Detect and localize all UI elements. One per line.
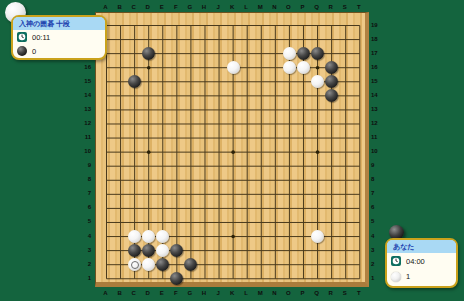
- stone-white-O17: [283, 47, 296, 60]
- stone-white-K16: [227, 61, 240, 74]
- coord-label: F: [169, 289, 183, 297]
- coord-label: 11: [371, 133, 385, 141]
- coord-label: 7: [77, 189, 91, 197]
- coord-label: J: [211, 3, 225, 11]
- prisoner-stone-icon: [391, 272, 401, 282]
- last-move-marker: [131, 261, 139, 269]
- black-player-time: 04:00: [406, 257, 425, 266]
- coord-label: R: [324, 3, 338, 11]
- coord-label: 3: [371, 246, 385, 254]
- coord-label: 15: [77, 77, 91, 85]
- coord-label: 3: [77, 246, 91, 254]
- coord-label: 19: [371, 21, 385, 29]
- black-player-prisoner-count: 1: [406, 272, 410, 281]
- coord-label: 16: [371, 63, 385, 71]
- coord-label: F: [169, 3, 183, 11]
- coord-label: O: [281, 289, 295, 297]
- coord-label: K: [225, 289, 239, 297]
- coord-label: B: [113, 289, 127, 297]
- coord-label: M: [253, 3, 267, 11]
- stone-black-P17: [297, 47, 310, 60]
- coord-label: S: [338, 289, 352, 297]
- coord-label: T: [352, 289, 366, 297]
- coord-label: 10: [77, 147, 91, 155]
- coord-label: 8: [77, 175, 91, 183]
- coord-label: 14: [77, 91, 91, 99]
- coord-label: 5: [77, 217, 91, 225]
- coord-label: 17: [371, 49, 385, 57]
- coord-label: D: [141, 3, 155, 11]
- coord-label: 6: [77, 203, 91, 211]
- coord-label: E: [155, 3, 169, 11]
- coord-label: 13: [77, 105, 91, 113]
- white-player-name: 入神の囲碁 十段: [13, 17, 105, 30]
- coord-label: 6: [371, 203, 385, 211]
- coord-label: B: [113, 3, 127, 11]
- coord-label: 1: [371, 274, 385, 282]
- white-player-time: 00:11: [32, 33, 50, 42]
- coord-label: G: [183, 3, 197, 11]
- coord-label: C: [127, 3, 141, 11]
- white-player-prisoner-count: 0: [32, 47, 36, 56]
- stone-black-F1: [170, 272, 183, 285]
- black-player-name: あなた: [387, 240, 456, 253]
- coord-label: R: [324, 289, 338, 297]
- coord-label: 12: [371, 119, 385, 127]
- coord-label: Q: [310, 3, 324, 11]
- coord-label: 2: [77, 260, 91, 268]
- coord-label: D: [141, 289, 155, 297]
- coord-label: A: [99, 3, 113, 11]
- coord-label: E: [155, 289, 169, 297]
- coord-label: K: [225, 3, 239, 11]
- coord-label: S: [338, 3, 352, 11]
- coord-label: H: [197, 3, 211, 11]
- coord-label: 5: [371, 217, 385, 225]
- coord-label: 13: [371, 105, 385, 113]
- coord-label: 9: [77, 161, 91, 169]
- coord-label: Q: [310, 289, 324, 297]
- coord-label: H: [197, 289, 211, 297]
- coord-label: 8: [371, 175, 385, 183]
- white-player-panel: 入神の囲碁 十段 00:11 0: [11, 15, 107, 60]
- coord-label: 9: [371, 161, 385, 169]
- coord-label: 4: [77, 232, 91, 240]
- coord-label: 16: [77, 63, 91, 71]
- clock-icon: [391, 256, 401, 266]
- coord-label: L: [239, 3, 253, 11]
- coord-label: C: [127, 289, 141, 297]
- go-app-screen: AABBCCDDEEFFGGHHJJKKLLMMNNOOPPQQRRSSTT19…: [0, 0, 464, 301]
- coord-label: A: [99, 289, 113, 297]
- coord-label: O: [281, 3, 295, 11]
- clock-icon: [17, 32, 27, 42]
- coord-label: L: [239, 289, 253, 297]
- coord-label: N: [267, 289, 281, 297]
- coord-label: P: [295, 289, 309, 297]
- coord-label: 15: [371, 77, 385, 85]
- coord-label: M: [253, 289, 267, 297]
- coord-label: 2: [371, 260, 385, 268]
- stone-white-Q4: [311, 230, 324, 243]
- coord-label: 7: [371, 189, 385, 197]
- coord-label: 1: [77, 274, 91, 282]
- coord-label: 14: [371, 91, 385, 99]
- go-board[interactable]: [95, 12, 369, 287]
- coord-label: G: [183, 289, 197, 297]
- coord-label: 18: [371, 35, 385, 43]
- coord-label: 12: [77, 119, 91, 127]
- coord-label: 4: [371, 232, 385, 240]
- coord-label: P: [295, 3, 309, 11]
- coord-label: J: [211, 289, 225, 297]
- coord-label: 11: [77, 133, 91, 141]
- black-player-panel: あなた 04:00 1: [385, 238, 458, 288]
- prisoner-stone-icon: [17, 46, 27, 56]
- coord-label: T: [352, 3, 366, 11]
- coord-label: N: [267, 3, 281, 11]
- coord-label: 10: [371, 147, 385, 155]
